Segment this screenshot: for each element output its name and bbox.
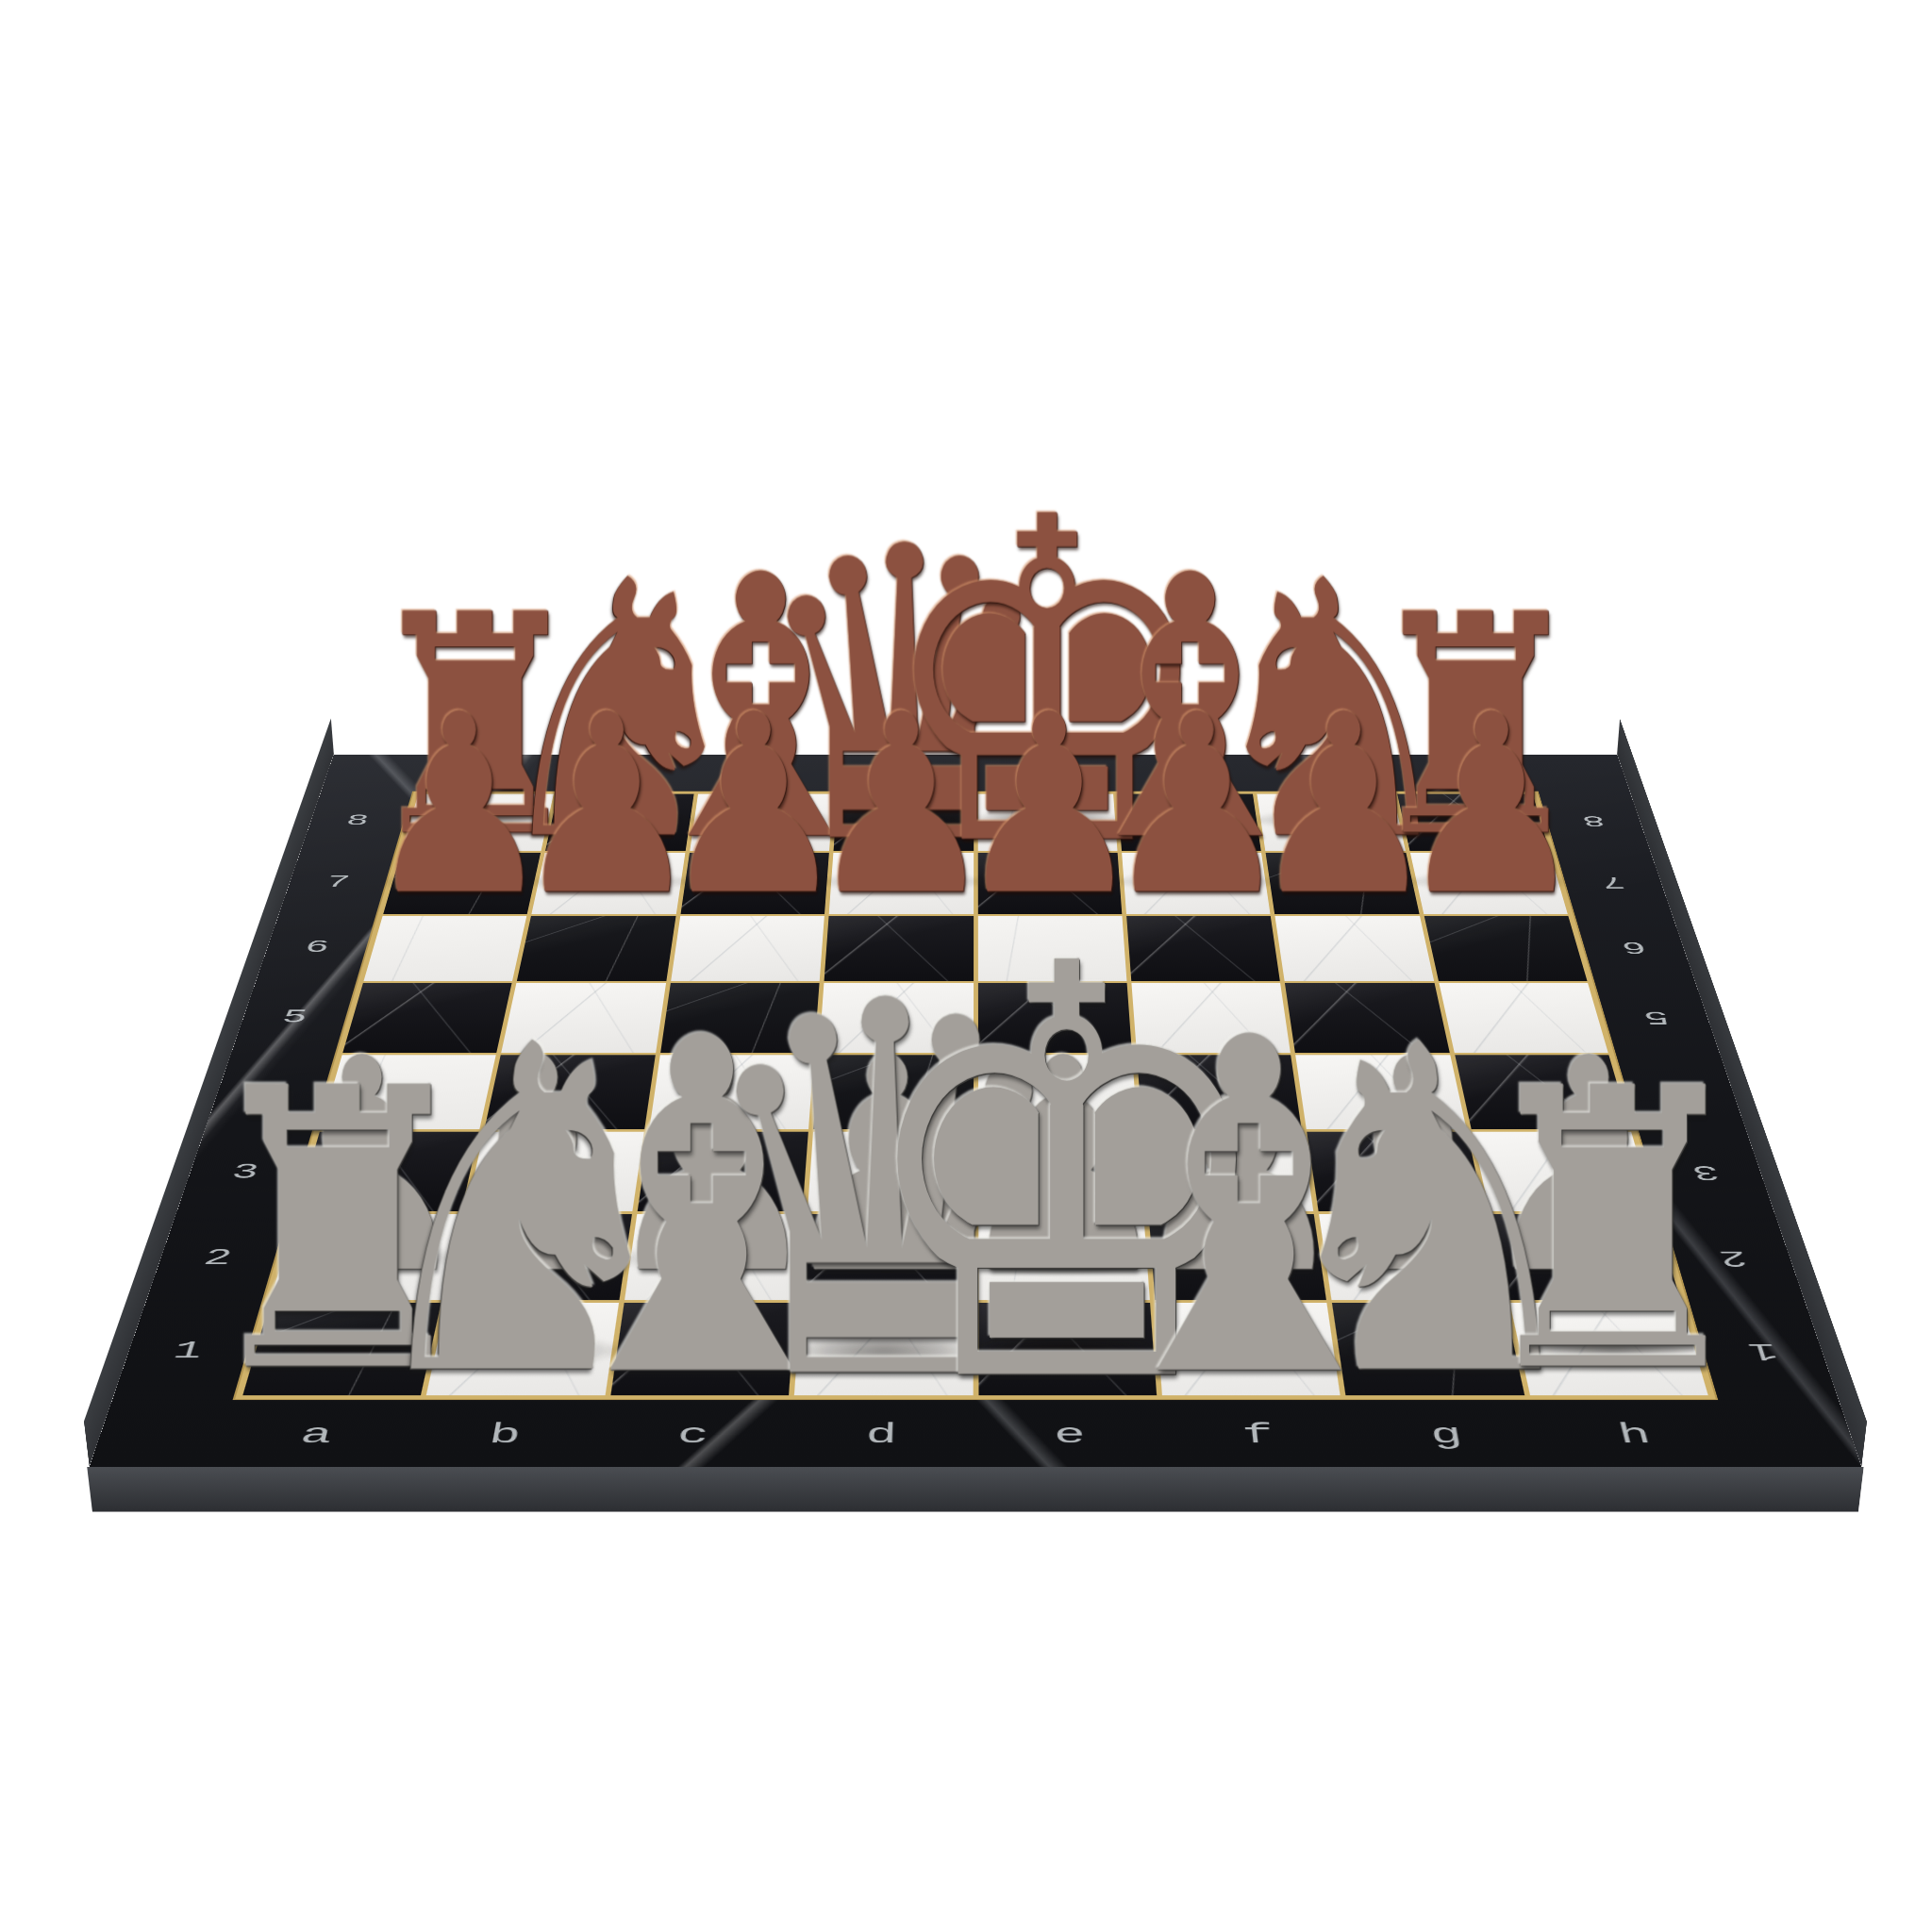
product-photo-scene: 1122334455667788abcdefgh♜♞♝♛♚♝♞♜♟♟♟♟♟♟♟♟…: [0, 0, 1932, 1932]
square-c8[interactable]: [690, 794, 834, 852]
file-label-bottom-f: f: [1241, 1419, 1275, 1451]
rank-label-left-6: 6: [302, 938, 332, 958]
file-label-bottom-d: d: [865, 1419, 897, 1451]
file-label-bottom-g: g: [1427, 1419, 1464, 1451]
file-label-bottom-a: a: [296, 1419, 336, 1451]
square-b8[interactable]: [545, 794, 693, 852]
square-h8[interactable]: [1397, 794, 1550, 852]
file-label-bottom-h: h: [1615, 1419, 1655, 1451]
chessboard: 1122334455667788abcdefgh♜♞♝♛♚♝♞♜♟♟♟♟♟♟♟♟…: [90, 755, 1862, 1467]
square-e8[interactable]: [977, 794, 1117, 852]
square-a8[interactable]: [402, 794, 555, 852]
file-label-bottom-c: c: [675, 1419, 710, 1451]
square-h7[interactable]: [1410, 853, 1568, 914]
file-label-bottom-b: b: [486, 1419, 523, 1451]
square-g8[interactable]: [1257, 794, 1406, 852]
board-front-edge: [87, 1467, 1864, 1512]
square-b7[interactable]: [532, 853, 685, 914]
rank-label-right-6: 6: [1619, 938, 1649, 958]
square-a7[interactable]: [383, 853, 541, 914]
square-f8[interactable]: [1117, 794, 1261, 852]
file-label-bottom-e: e: [1054, 1419, 1086, 1451]
square-d8[interactable]: [834, 794, 974, 852]
